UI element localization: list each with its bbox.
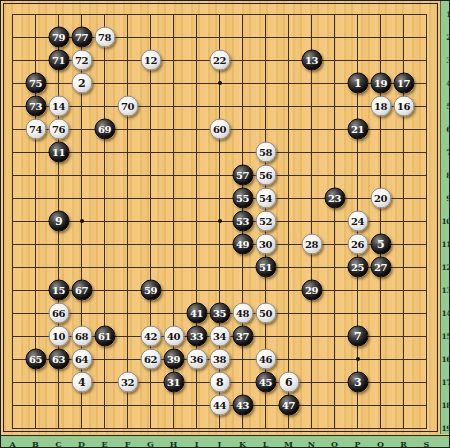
stone-49[interactable]: 49 [232,234,253,255]
move-number: 72 [75,55,88,65]
move-number: 25 [351,262,364,272]
move-number: 49 [236,239,249,249]
move-number: 69 [98,124,111,134]
move-number: 66 [52,308,65,318]
move-number: 35 [213,308,226,318]
move-number: 21 [351,124,364,134]
move-number: 7 [354,331,361,342]
stone-29[interactable]: 29 [301,280,322,301]
move-number: 45 [259,377,272,387]
stone-50[interactable]: 50 [255,303,276,324]
move-number: 34 [213,331,226,341]
move-number: 42 [144,331,157,341]
stone-13[interactable]: 13 [301,50,322,71]
move-number: 43 [236,400,249,410]
column-label-E: E [101,439,107,448]
move-number: 12 [144,55,157,65]
stone-30[interactable]: 30 [255,234,276,255]
move-number: 16 [397,101,410,111]
move-number: 54 [259,193,272,203]
stone-38[interactable]: 38 [209,349,230,370]
stone-14[interactable]: 14 [48,96,69,117]
stone-6[interactable]: 6 [278,372,299,393]
move-number: 44 [213,400,226,410]
stone-65[interactable]: 65 [25,349,46,370]
row-label-9: 9 [441,193,450,202]
stone-36[interactable]: 36 [186,349,207,370]
move-number: 63 [52,354,65,364]
move-number: 58 [259,147,272,157]
stone-23[interactable]: 23 [324,188,345,209]
move-number: 15 [52,285,65,295]
move-number: 31 [167,377,180,387]
row-label-3: 3 [441,55,450,64]
row-label-8: 8 [441,170,450,179]
column-label-A: A [9,439,15,448]
star-point [218,219,222,223]
stone-25[interactable]: 25 [347,257,368,278]
stone-18[interactable]: 18 [370,96,391,117]
move-number: 68 [75,331,88,341]
move-number: 56 [259,170,272,180]
move-number: 53 [236,216,249,226]
move-number: 78 [98,32,111,42]
stone-2[interactable]: 2 [71,73,92,94]
move-number: 10 [52,331,65,341]
stone-1[interactable]: 1 [347,73,368,94]
stone-9[interactable]: 9 [48,211,69,232]
star-point [356,357,360,361]
row-label-13: 13 [441,285,450,294]
stone-58[interactable]: 58 [255,142,276,163]
stone-19[interactable]: 19 [370,73,391,94]
move-number: 76 [52,124,65,134]
stone-71[interactable]: 71 [48,50,69,71]
move-number: 28 [305,239,318,249]
column-coordinate-strip: ABCDEFGHIJKLMNOPQRS [1,435,450,448]
move-number: 36 [190,354,203,364]
stone-76[interactable]: 76 [48,119,69,140]
move-number: 5 [377,239,384,250]
move-number: 73 [29,101,42,111]
stone-77[interactable]: 77 [71,27,92,48]
stone-52[interactable]: 52 [255,211,276,232]
stone-11[interactable]: 11 [48,142,69,163]
stone-43[interactable]: 43 [232,395,253,416]
star-point [80,219,84,223]
column-label-P: P [354,439,360,448]
row-coordinate-strip: 12345678910111213141516171819 [440,1,450,434]
grid-line-vertical [334,14,335,429]
column-label-C: C [55,439,61,448]
move-number: 71 [52,55,65,65]
move-number: 64 [75,354,88,364]
column-label-H: H [170,439,178,448]
grid-line-vertical [311,14,312,429]
move-number: 30 [259,239,272,249]
stone-79[interactable]: 79 [48,27,69,48]
stone-31[interactable]: 31 [163,372,184,393]
row-label-16: 16 [441,354,450,363]
stone-22[interactable]: 22 [209,50,230,71]
stone-48[interactable]: 48 [232,303,253,324]
row-label-2: 2 [441,32,450,41]
column-label-O: O [331,439,338,448]
stone-5[interactable]: 5 [370,234,391,255]
stone-26[interactable]: 26 [347,234,368,255]
stone-67[interactable]: 67 [71,280,92,301]
move-number: 65 [29,354,42,364]
move-number: 19 [374,78,387,88]
move-number: 18 [374,101,387,111]
column-label-S: S [424,439,430,448]
stone-70[interactable]: 70 [117,96,138,117]
star-point [218,81,222,85]
move-number: 6 [285,377,292,388]
stone-34[interactable]: 34 [209,326,230,347]
move-number: 41 [190,308,203,318]
move-number: 24 [351,216,364,226]
move-number: 61 [98,331,111,341]
move-number: 8 [216,377,223,388]
stone-63[interactable]: 63 [48,349,69,370]
move-number: 3 [354,377,361,388]
stone-8[interactable]: 8 [209,372,230,393]
column-label-L: L [263,439,269,448]
move-number: 20 [374,193,387,203]
move-number: 51 [259,262,272,272]
move-number: 27 [374,262,387,272]
column-label-J: J [218,439,222,448]
row-label-14: 14 [441,308,450,317]
column-label-I: I [195,439,199,448]
stone-45[interactable]: 45 [255,372,276,393]
row-label-7: 7 [441,147,450,156]
stone-78[interactable]: 78 [94,27,115,48]
stone-69[interactable]: 69 [94,119,115,140]
stone-4[interactable]: 4 [71,372,92,393]
stone-16[interactable]: 16 [393,96,414,117]
stone-61[interactable]: 61 [94,326,115,347]
stone-12[interactable]: 12 [140,50,161,71]
move-number: 40 [167,331,180,341]
row-label-15: 15 [441,331,450,340]
move-number: 13 [305,55,318,65]
stone-46[interactable]: 46 [255,349,276,370]
stone-47[interactable]: 47 [278,395,299,416]
move-number: 29 [305,285,318,295]
move-number: 22 [213,55,226,65]
row-label-1: 1 [441,9,450,18]
stone-40[interactable]: 40 [163,326,184,347]
move-number: 60 [213,124,226,134]
stone-56[interactable]: 56 [255,165,276,186]
stone-21[interactable]: 21 [347,119,368,140]
stone-74[interactable]: 74 [25,119,46,140]
stone-54[interactable]: 54 [255,188,276,209]
move-number: 57 [236,170,249,180]
move-number: 74 [29,124,42,134]
move-number: 77 [75,32,88,42]
stone-53[interactable]: 53 [232,211,253,232]
stone-44[interactable]: 44 [209,395,230,416]
move-number: 52 [259,216,272,226]
stone-62[interactable]: 62 [140,349,161,370]
row-label-19: 19 [441,423,450,432]
stone-20[interactable]: 20 [370,188,391,209]
move-number: 4 [78,377,85,388]
move-number: 33 [190,331,203,341]
stone-37[interactable]: 37 [232,326,253,347]
column-label-M: M [284,439,293,448]
stone-27[interactable]: 27 [370,257,391,278]
row-label-12: 12 [441,262,450,271]
move-number: 55 [236,193,249,203]
move-number: 75 [29,78,42,88]
stone-42[interactable]: 42 [140,326,161,347]
stone-41[interactable]: 41 [186,303,207,324]
move-number: 70 [121,101,134,111]
move-number: 39 [167,354,180,364]
stone-32[interactable]: 32 [117,372,138,393]
grid-line-vertical [426,14,427,429]
stone-72[interactable]: 72 [71,50,92,71]
column-label-D: D [78,439,85,448]
stone-75[interactable]: 75 [25,73,46,94]
move-number: 46 [259,354,272,364]
row-label-11: 11 [441,239,450,248]
move-number: 14 [52,101,65,111]
grid-line-horizontal [12,428,427,429]
move-number: 9 [55,216,62,227]
go-board-panel: 1234567891011121314151617181920212223242… [0,0,450,448]
column-label-G: G [147,439,154,448]
move-number: 1 [354,78,361,89]
move-number: 23 [328,193,341,203]
move-number: 47 [282,400,295,410]
stone-7[interactable]: 7 [347,326,368,347]
row-label-18: 18 [441,400,450,409]
stone-15[interactable]: 15 [48,280,69,301]
stone-57[interactable]: 57 [232,165,253,186]
row-label-17: 17 [441,377,450,386]
move-number: 38 [213,354,226,364]
column-label-Q: Q [377,439,384,448]
move-number: 37 [236,331,249,341]
move-number: 67 [75,285,88,295]
stone-60[interactable]: 60 [209,119,230,140]
move-number: 11 [52,147,65,157]
column-label-N: N [308,439,315,448]
stone-73[interactable]: 73 [25,96,46,117]
row-label-5: 5 [441,101,450,110]
stone-64[interactable]: 64 [71,349,92,370]
move-number: 79 [52,32,65,42]
move-number: 2 [78,78,85,89]
stone-59[interactable]: 59 [140,280,161,301]
move-number: 17 [397,78,410,88]
stone-10[interactable]: 10 [48,326,69,347]
stone-35[interactable]: 35 [209,303,230,324]
goban[interactable]: 1234567891011121314151617181920212223242… [1,1,440,434]
move-number: 32 [121,377,134,387]
row-label-4: 4 [441,78,450,87]
stone-68[interactable]: 68 [71,326,92,347]
stone-17[interactable]: 17 [393,73,414,94]
move-number: 26 [351,239,364,249]
stone-24[interactable]: 24 [347,211,368,232]
row-label-10: 10 [441,216,450,225]
move-number: 59 [144,285,157,295]
stone-66[interactable]: 66 [48,303,69,324]
column-label-B: B [32,439,39,448]
column-label-F: F [125,439,131,448]
move-number: 48 [236,308,249,318]
row-label-6: 6 [441,124,450,133]
column-label-K: K [239,439,246,448]
stone-3[interactable]: 3 [347,372,368,393]
stone-28[interactable]: 28 [301,234,322,255]
move-number: 50 [259,308,272,318]
stone-55[interactable]: 55 [232,188,253,209]
grid-line-vertical [288,14,289,429]
stone-33[interactable]: 33 [186,326,207,347]
column-label-R: R [400,439,407,448]
move-number: 62 [144,354,157,364]
stone-39[interactable]: 39 [163,349,184,370]
stone-51[interactable]: 51 [255,257,276,278]
